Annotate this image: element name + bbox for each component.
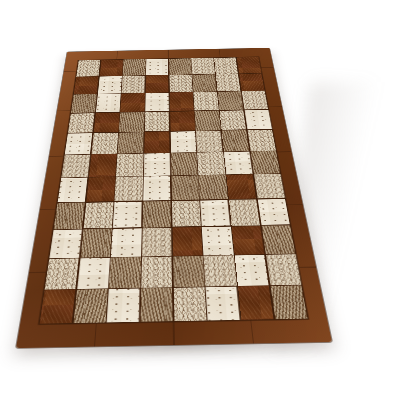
rug-patch-white — [107, 289, 140, 323]
rug-patch-brown — [237, 57, 262, 73]
rug-patch-white — [98, 76, 122, 93]
rug-patch-brown — [170, 111, 195, 131]
rug-patch-white — [65, 133, 93, 154]
rug-patch-white — [113, 201, 142, 227]
rug — [16, 48, 332, 348]
rug-patch-white — [96, 94, 121, 113]
rug-patch-brown — [40, 290, 76, 324]
rug-patch-speckle — [197, 152, 225, 175]
rug-patch-brown — [170, 92, 194, 111]
rug-patch-heavy — [54, 203, 85, 229]
rug-patch-heavy — [222, 130, 250, 151]
rug-patch-heavy — [193, 74, 217, 91]
rug-patch-speckle — [254, 174, 285, 198]
rug-patch-white — [235, 255, 269, 286]
rug-patch-white — [170, 131, 196, 152]
rug-patch-speckle — [61, 155, 90, 178]
rug-patch-brown — [238, 286, 274, 320]
rug-patch-heavy — [251, 151, 281, 174]
rug-perspective-wrapper — [0, 0, 400, 400]
background — [0, 0, 400, 400]
rug-patch-heavy — [199, 175, 228, 199]
rug-patch-speckle — [169, 75, 192, 92]
rug-patch-speckle — [91, 133, 118, 154]
rug-patch-speckle — [229, 199, 260, 225]
rug-patch-heavy — [195, 111, 221, 131]
rug-patch-brown — [239, 74, 264, 91]
rug-patch-speckle — [192, 58, 215, 74]
rug-patch-speckle — [194, 92, 219, 111]
rug-patch-white — [244, 110, 271, 130]
rug-patch-speckle — [196, 131, 223, 152]
rug-patch-heavy — [218, 92, 244, 111]
rug-patch-white — [143, 176, 170, 200]
rug-patch-heavy — [71, 94, 97, 113]
rug-patch-speckle — [204, 255, 237, 286]
rug-patch-white — [58, 178, 88, 203]
rug-patch-heavy — [123, 59, 146, 75]
rug-patch-white — [77, 258, 110, 289]
rug-patch-brown — [144, 132, 169, 153]
rug-patch-brown — [232, 226, 264, 254]
rug-patch-white — [111, 228, 141, 257]
rug-patch-speckle — [68, 113, 95, 133]
rug-patch-heavy — [169, 58, 192, 74]
rug-patch-white — [206, 287, 240, 321]
rug-patch-brown — [146, 75, 169, 92]
rug-patch-brown — [226, 175, 256, 199]
rug-patch-brown — [172, 227, 202, 256]
rug-patch-speckle — [247, 130, 275, 151]
rug-patch-speckle — [145, 112, 170, 132]
rug-patch-speckle — [242, 91, 268, 110]
rug-patch-white — [202, 227, 233, 255]
rug-patch-white — [200, 200, 230, 226]
rug-patch-speckle — [122, 76, 145, 93]
rug-patch-speckle — [266, 254, 301, 285]
rug-patch-heavy — [262, 225, 296, 253]
rug-patch-speckle — [174, 287, 207, 321]
rug-patch-brown — [120, 93, 144, 112]
rug-patch-brown — [100, 60, 123, 76]
rug-patch-brown — [86, 177, 115, 202]
rug-patch-heavy — [118, 132, 144, 153]
rug-patch-speckle — [214, 57, 238, 73]
rug-patch-speckle — [115, 177, 143, 201]
rug-grid — [40, 57, 308, 324]
rug-patch-speckle — [76, 60, 100, 76]
rug-patch-speckle — [216, 74, 241, 91]
rug-patch-speckle — [116, 154, 143, 177]
rug-patch-heavy — [171, 176, 199, 200]
rug-patch-speckle — [45, 258, 79, 289]
rug-patch-heavy — [80, 229, 111, 258]
rug-patch-brown — [94, 113, 120, 133]
rug-patch-heavy — [119, 112, 144, 132]
rug-patch-brown — [74, 77, 99, 94]
rug-patch-white — [224, 152, 253, 175]
rug-patch-heavy — [143, 201, 171, 227]
rug-patch-heavy — [73, 289, 107, 323]
rug-patch-heavy — [109, 257, 141, 288]
rug-patch-heavy — [171, 153, 198, 176]
rug-patch-white — [49, 229, 82, 258]
rug-patch-speckle — [220, 110, 247, 130]
rug-patch-brown — [89, 154, 117, 177]
rug-patch-white — [144, 153, 170, 176]
rug-patch-white — [145, 93, 169, 112]
rug-patch-heavy — [173, 256, 204, 287]
rug-patch-white — [258, 199, 290, 225]
rug-patch-heavy — [141, 288, 173, 322]
rug-patch-speckle — [142, 228, 172, 257]
rug-patch-speckle — [141, 257, 172, 288]
rug-patch-speckle — [83, 202, 113, 228]
rug-patch-white — [146, 59, 168, 75]
rug-patch-speckle — [172, 200, 201, 226]
rug-patch-heavy — [270, 286, 307, 320]
